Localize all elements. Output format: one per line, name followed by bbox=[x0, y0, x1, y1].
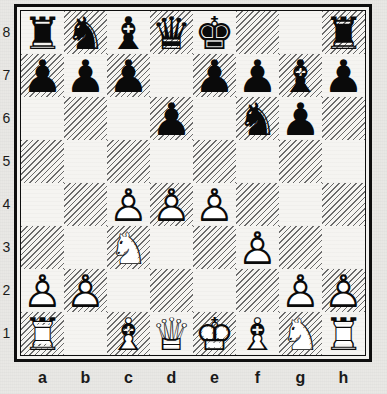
square-d2[interactable] bbox=[150, 269, 193, 312]
square-c2[interactable] bbox=[107, 269, 150, 312]
square-g2[interactable]: ♟♙ bbox=[279, 269, 322, 312]
white-piece-outline-glyph: ♗ bbox=[108, 312, 148, 357]
piece-white-pawn[interactable]: ♟♙ bbox=[279, 270, 322, 313]
white-piece-outline-glyph: ♔ bbox=[194, 312, 234, 357]
piece-black-pawn[interactable]: ♟ bbox=[322, 55, 365, 98]
square-e2[interactable] bbox=[193, 269, 236, 312]
piece-white-knight[interactable]: ♞♘ bbox=[107, 227, 150, 270]
square-g6[interactable]: ♟ bbox=[279, 97, 322, 140]
piece-white-rook[interactable]: ♜♖ bbox=[21, 313, 64, 356]
black-piece-glyph: ♟ bbox=[22, 54, 62, 99]
square-g1[interactable]: ♞♘ bbox=[279, 312, 322, 355]
square-d4[interactable]: ♟♙ bbox=[150, 183, 193, 226]
piece-black-knight[interactable]: ♞ bbox=[64, 12, 107, 55]
square-c3[interactable]: ♞♘ bbox=[107, 226, 150, 269]
rank-label-4: 4 bbox=[0, 183, 13, 226]
square-e1[interactable]: ♚♔ bbox=[193, 312, 236, 355]
square-b3[interactable] bbox=[64, 226, 107, 269]
piece-white-queen[interactable]: ♛♕ bbox=[150, 313, 193, 356]
black-piece-glyph: ♟ bbox=[323, 54, 363, 99]
file-label-d: d bbox=[150, 362, 193, 394]
square-f1[interactable]: ♝♗ bbox=[236, 312, 279, 355]
piece-black-pawn[interactable]: ♟ bbox=[107, 55, 150, 98]
white-piece-outline-glyph: ♘ bbox=[108, 226, 148, 271]
rank-label-1: 1 bbox=[0, 312, 13, 355]
square-b8[interactable]: ♞ bbox=[64, 11, 107, 54]
piece-white-pawn[interactable]: ♟♙ bbox=[21, 270, 64, 313]
white-piece-outline-glyph: ♙ bbox=[151, 183, 191, 228]
square-d1[interactable]: ♛♕ bbox=[150, 312, 193, 355]
square-d6[interactable]: ♟ bbox=[150, 97, 193, 140]
chess-board: ♜♞♝♛♚♜♟♟♟♟♟♝♟♟♞♟♟♙♟♙♟♙♞♘♟♙♟♙♟♙♟♙♟♙♜♖♝♗♛♕… bbox=[21, 11, 365, 355]
piece-white-pawn[interactable]: ♟♙ bbox=[322, 270, 365, 313]
square-e4[interactable]: ♟♙ bbox=[193, 183, 236, 226]
piece-black-pawn[interactable]: ♟ bbox=[193, 55, 236, 98]
white-piece-outline-glyph: ♙ bbox=[65, 269, 105, 314]
piece-white-rook[interactable]: ♜♖ bbox=[322, 313, 365, 356]
square-b7[interactable]: ♟ bbox=[64, 54, 107, 97]
square-h7[interactable]: ♟ bbox=[322, 54, 365, 97]
square-a7[interactable]: ♟ bbox=[21, 54, 64, 97]
chess-board-frame: ♜♞♝♛♚♜♟♟♟♟♟♝♟♟♞♟♟♙♟♙♟♙♞♘♟♙♟♙♟♙♟♙♟♙♜♖♝♗♛♕… bbox=[14, 4, 372, 362]
piece-black-king[interactable]: ♚ bbox=[193, 12, 236, 55]
black-piece-glyph: ♟ bbox=[194, 54, 234, 99]
square-e7[interactable]: ♟ bbox=[193, 54, 236, 97]
square-g3[interactable] bbox=[279, 226, 322, 269]
square-a1[interactable]: ♜♖ bbox=[21, 312, 64, 355]
square-c8[interactable]: ♝ bbox=[107, 11, 150, 54]
square-c4[interactable]: ♟♙ bbox=[107, 183, 150, 226]
chess-diagram: 87654321 ♜♞♝♛♚♜♟♟♟♟♟♝♟♟♞♟♟♙♟♙♟♙♞♘♟♙♟♙♟♙♟… bbox=[0, 0, 387, 394]
white-piece-outline-glyph: ♖ bbox=[323, 312, 363, 357]
black-piece-glyph: ♟ bbox=[151, 97, 191, 142]
square-f2[interactable] bbox=[236, 269, 279, 312]
piece-black-bishop[interactable]: ♝ bbox=[107, 12, 150, 55]
square-g8[interactable] bbox=[279, 11, 322, 54]
square-a6[interactable] bbox=[21, 97, 64, 140]
piece-black-knight[interactable]: ♞ bbox=[236, 98, 279, 141]
file-label-a: a bbox=[21, 362, 64, 394]
square-a3[interactable] bbox=[21, 226, 64, 269]
square-c1[interactable]: ♝♗ bbox=[107, 312, 150, 355]
rank-label-6: 6 bbox=[0, 97, 13, 140]
piece-white-pawn[interactable]: ♟♙ bbox=[193, 184, 236, 227]
black-piece-glyph: ♟ bbox=[108, 54, 148, 99]
square-f3[interactable]: ♟♙ bbox=[236, 226, 279, 269]
white-piece-outline-glyph: ♗ bbox=[237, 312, 277, 357]
square-c5[interactable] bbox=[107, 140, 150, 183]
square-h6[interactable] bbox=[322, 97, 365, 140]
square-d8[interactable]: ♛ bbox=[150, 11, 193, 54]
square-a4[interactable] bbox=[21, 183, 64, 226]
square-c7[interactable]: ♟ bbox=[107, 54, 150, 97]
piece-white-bishop[interactable]: ♝♗ bbox=[107, 313, 150, 356]
piece-black-pawn[interactable]: ♟ bbox=[279, 98, 322, 141]
rank-label-7: 7 bbox=[0, 54, 13, 97]
square-h8[interactable]: ♜ bbox=[322, 11, 365, 54]
file-label-f: f bbox=[236, 362, 279, 394]
piece-black-rook[interactable]: ♜ bbox=[21, 12, 64, 55]
file-label-g: g bbox=[279, 362, 322, 394]
square-h3[interactable] bbox=[322, 226, 365, 269]
piece-white-king[interactable]: ♚♔ bbox=[193, 313, 236, 356]
file-label-h: h bbox=[322, 362, 365, 394]
white-piece-outline-glyph: ♖ bbox=[22, 312, 62, 357]
square-b5[interactable] bbox=[64, 140, 107, 183]
rank-label-5: 5 bbox=[0, 140, 13, 183]
piece-white-bishop[interactable]: ♝♗ bbox=[236, 313, 279, 356]
piece-black-pawn[interactable]: ♟ bbox=[21, 55, 64, 98]
square-h2[interactable]: ♟♙ bbox=[322, 269, 365, 312]
rank-label-8: 8 bbox=[0, 11, 13, 54]
rank-labels: 87654321 bbox=[0, 11, 13, 355]
square-e8[interactable]: ♚ bbox=[193, 11, 236, 54]
file-labels: abcdefgh bbox=[21, 362, 365, 394]
square-e3[interactable] bbox=[193, 226, 236, 269]
square-h4[interactable] bbox=[322, 183, 365, 226]
square-c6[interactable] bbox=[107, 97, 150, 140]
square-e5[interactable] bbox=[193, 140, 236, 183]
square-f6[interactable]: ♞ bbox=[236, 97, 279, 140]
piece-black-queen[interactable]: ♛ bbox=[150, 12, 193, 55]
black-piece-glyph: ♛ bbox=[151, 11, 191, 56]
square-a8[interactable]: ♜ bbox=[21, 11, 64, 54]
piece-white-knight[interactable]: ♞♘ bbox=[279, 313, 322, 356]
square-a2[interactable]: ♟♙ bbox=[21, 269, 64, 312]
square-b1[interactable] bbox=[64, 312, 107, 355]
square-g4[interactable] bbox=[279, 183, 322, 226]
square-b2[interactable]: ♟♙ bbox=[64, 269, 107, 312]
white-piece-outline-glyph: ♕ bbox=[151, 312, 191, 357]
square-f7[interactable]: ♟ bbox=[236, 54, 279, 97]
white-piece-outline-glyph: ♘ bbox=[280, 312, 320, 357]
rank-label-3: 3 bbox=[0, 226, 13, 269]
square-f5[interactable] bbox=[236, 140, 279, 183]
file-label-b: b bbox=[64, 362, 107, 394]
square-d5[interactable] bbox=[150, 140, 193, 183]
black-piece-glyph: ♟ bbox=[280, 97, 320, 142]
piece-white-pawn[interactable]: ♟♙ bbox=[236, 227, 279, 270]
white-piece-outline-glyph: ♙ bbox=[194, 183, 234, 228]
piece-white-pawn[interactable]: ♟♙ bbox=[150, 184, 193, 227]
chess-board-inner-border: ♜♞♝♛♚♜♟♟♟♟♟♝♟♟♞♟♟♙♟♙♟♙♞♘♟♙♟♙♟♙♟♙♟♙♜♖♝♗♛♕… bbox=[20, 10, 366, 356]
square-b6[interactable] bbox=[64, 97, 107, 140]
square-a5[interactable] bbox=[21, 140, 64, 183]
rank-label-2: 2 bbox=[0, 269, 13, 312]
black-piece-glyph: ♟ bbox=[65, 54, 105, 99]
square-d3[interactable] bbox=[150, 226, 193, 269]
square-g5[interactable] bbox=[279, 140, 322, 183]
square-e6[interactable] bbox=[193, 97, 236, 140]
piece-black-rook[interactable]: ♜ bbox=[322, 12, 365, 55]
piece-white-pawn[interactable]: ♟♙ bbox=[64, 270, 107, 313]
square-h1[interactable]: ♜♖ bbox=[322, 312, 365, 355]
black-piece-glyph: ♞ bbox=[237, 97, 277, 142]
file-label-c: c bbox=[107, 362, 150, 394]
white-piece-outline-glyph: ♙ bbox=[237, 226, 277, 271]
piece-black-bishop[interactable]: ♝ bbox=[279, 55, 322, 98]
square-b4[interactable] bbox=[64, 183, 107, 226]
square-d7[interactable] bbox=[150, 54, 193, 97]
square-f8[interactable] bbox=[236, 11, 279, 54]
piece-black-pawn[interactable]: ♟ bbox=[64, 55, 107, 98]
piece-black-pawn[interactable]: ♟ bbox=[236, 55, 279, 98]
square-f4[interactable] bbox=[236, 183, 279, 226]
piece-black-pawn[interactable]: ♟ bbox=[150, 98, 193, 141]
file-label-e: e bbox=[193, 362, 236, 394]
square-h5[interactable] bbox=[322, 140, 365, 183]
square-g7[interactable]: ♝ bbox=[279, 54, 322, 97]
piece-white-pawn[interactable]: ♟♙ bbox=[107, 184, 150, 227]
